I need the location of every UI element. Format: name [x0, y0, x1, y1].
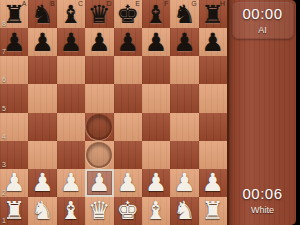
square-f7[interactable]: ♟ [142, 28, 170, 56]
square-g2[interactable]: ♟ [170, 169, 198, 197]
square-f4[interactable] [142, 113, 170, 141]
file-label-f: F [164, 0, 168, 8]
black-pawn-h7[interactable]: ♟ [202, 30, 224, 55]
square-h7[interactable]: ♟ [199, 28, 227, 56]
white-pawn-h2[interactable]: ♟ [202, 170, 224, 195]
black-pawn-d7[interactable]: ♟ [88, 30, 110, 55]
square-d3[interactable] [85, 141, 113, 169]
square-e3[interactable] [114, 141, 142, 169]
square-b4[interactable] [28, 113, 56, 141]
white-pawn-e2[interactable]: ♟ [116, 170, 138, 195]
rank-label-1: 1 [2, 216, 6, 225]
file-label-d: D [106, 0, 111, 8]
white-pawn-c2[interactable]: ♟ [60, 170, 82, 195]
square-b6[interactable] [28, 56, 56, 84]
square-e8[interactable]: E♚ [114, 0, 142, 28]
square-d4[interactable] [85, 113, 113, 141]
file-label-e: E [135, 0, 140, 8]
square-e1[interactable]: ♚ [114, 197, 142, 225]
square-b3[interactable] [28, 141, 56, 169]
square-f2[interactable]: ♟ [142, 169, 170, 197]
square-a5[interactable]: 5 [0, 84, 28, 112]
square-c2[interactable]: ♟ [57, 169, 85, 197]
white-bishop-f1[interactable]: ♝ [145, 198, 167, 223]
square-c1[interactable]: ♝ [57, 197, 85, 225]
white-pawn-b2[interactable]: ♟ [31, 170, 53, 195]
square-e5[interactable] [114, 84, 142, 112]
square-d2[interactable]: ♟ [85, 169, 113, 197]
rank-label-4: 4 [2, 132, 6, 141]
square-e4[interactable] [114, 113, 142, 141]
chess-app-window: A8♜B♞C♝D♛E♚F♝G♞H♜7♟♟♟♟♟♟♟♟65432♟♟♟♟♟♟♟♟1… [0, 0, 300, 225]
square-e6[interactable] [114, 56, 142, 84]
rank-label-3: 3 [2, 160, 6, 169]
move-hint-d4[interactable] [86, 114, 112, 140]
square-a6[interactable]: 6 [0, 56, 28, 84]
square-e2[interactable]: ♟ [114, 169, 142, 197]
white-clock-label: White [251, 205, 274, 215]
square-d6[interactable] [85, 56, 113, 84]
side-panel: 00:00 AI 00:06 White [227, 0, 296, 225]
square-a4[interactable]: 4 [0, 113, 28, 141]
square-h2[interactable]: ♟ [199, 169, 227, 197]
black-pawn-a7[interactable]: ♟ [3, 30, 25, 55]
square-f6[interactable] [142, 56, 170, 84]
file-label-g: G [191, 0, 196, 8]
black-pawn-c7[interactable]: ♟ [60, 30, 82, 55]
square-c5[interactable] [57, 84, 85, 112]
white-clock: 00:06 White [232, 182, 294, 219]
square-h1[interactable]: ♜ [199, 197, 227, 225]
white-pawn-d2[interactable]: ♟ [88, 170, 110, 195]
square-b8[interactable]: B♞ [28, 0, 56, 28]
square-d8[interactable]: D♛ [85, 0, 113, 28]
white-pawn-g2[interactable]: ♟ [173, 170, 195, 195]
square-g5[interactable] [170, 84, 198, 112]
white-clock-time: 00:06 [242, 185, 282, 202]
square-c8[interactable]: C♝ [57, 0, 85, 28]
white-king-e1[interactable]: ♚ [116, 198, 138, 223]
square-g8[interactable]: G♞ [170, 0, 198, 28]
square-a2[interactable]: 2♟ [0, 169, 28, 197]
white-knight-b1[interactable]: ♞ [31, 198, 53, 223]
square-b5[interactable] [28, 84, 56, 112]
black-pawn-g7[interactable]: ♟ [173, 30, 195, 55]
square-g7[interactable]: ♟ [170, 28, 198, 56]
black-pawn-b7[interactable]: ♟ [31, 30, 53, 55]
square-g3[interactable] [170, 141, 198, 169]
square-g1[interactable]: ♞ [170, 197, 198, 225]
square-a7[interactable]: 7♟ [0, 28, 28, 56]
chess-board: A8♜B♞C♝D♛E♚F♝G♞H♜7♟♟♟♟♟♟♟♟65432♟♟♟♟♟♟♟♟1… [0, 0, 227, 225]
ai-clock-label: AI [258, 25, 267, 35]
white-bishop-c1[interactable]: ♝ [60, 198, 82, 223]
square-a1[interactable]: 1♜ [0, 197, 28, 225]
file-label-h: H [220, 0, 225, 8]
black-pawn-f7[interactable]: ♟ [145, 30, 167, 55]
move-hint-d3[interactable] [86, 142, 112, 168]
square-h5[interactable] [199, 84, 227, 112]
rank-label-6: 6 [2, 75, 6, 84]
square-f8[interactable]: F♝ [142, 0, 170, 28]
white-pawn-f2[interactable]: ♟ [145, 170, 167, 195]
white-pawn-a2[interactable]: ♟ [3, 170, 25, 195]
square-a8[interactable]: A8♜ [0, 0, 28, 28]
square-c4[interactable] [57, 113, 85, 141]
rank-label-2: 2 [2, 188, 6, 197]
square-b1[interactable]: ♞ [28, 197, 56, 225]
black-pawn-e7[interactable]: ♟ [116, 30, 138, 55]
white-rook-a1[interactable]: ♜ [3, 198, 25, 223]
square-c3[interactable] [57, 141, 85, 169]
ai-clock: 00:00 AI [232, 2, 294, 39]
white-rook-h1[interactable]: ♜ [202, 198, 224, 223]
square-f3[interactable] [142, 141, 170, 169]
square-b7[interactable]: ♟ [28, 28, 56, 56]
square-d7[interactable]: ♟ [85, 28, 113, 56]
square-f5[interactable] [142, 84, 170, 112]
square-a3[interactable]: 3 [0, 141, 28, 169]
square-h4[interactable] [199, 113, 227, 141]
rank-label-8: 8 [2, 19, 6, 28]
square-h6[interactable] [199, 56, 227, 84]
square-g4[interactable] [170, 113, 198, 141]
square-d5[interactable] [85, 84, 113, 112]
ai-clock-time: 00:00 [242, 5, 282, 22]
file-label-c: C [78, 0, 83, 8]
rank-label-5: 5 [2, 104, 6, 113]
square-e7[interactable]: ♟ [114, 28, 142, 56]
white-knight-g1[interactable]: ♞ [173, 198, 195, 223]
square-h3[interactable] [199, 141, 227, 169]
square-d1[interactable]: ♛ [85, 197, 113, 225]
rank-label-7: 7 [2, 47, 6, 56]
white-queen-d1[interactable]: ♛ [88, 198, 110, 223]
square-c7[interactable]: ♟ [57, 28, 85, 56]
square-h8[interactable]: H♜ [199, 0, 227, 28]
square-g6[interactable] [170, 56, 198, 84]
square-f1[interactable]: ♝ [142, 197, 170, 225]
file-label-a: A [22, 0, 27, 8]
file-label-b: B [50, 0, 55, 8]
square-b2[interactable]: ♟ [28, 169, 56, 197]
square-c6[interactable] [57, 56, 85, 84]
